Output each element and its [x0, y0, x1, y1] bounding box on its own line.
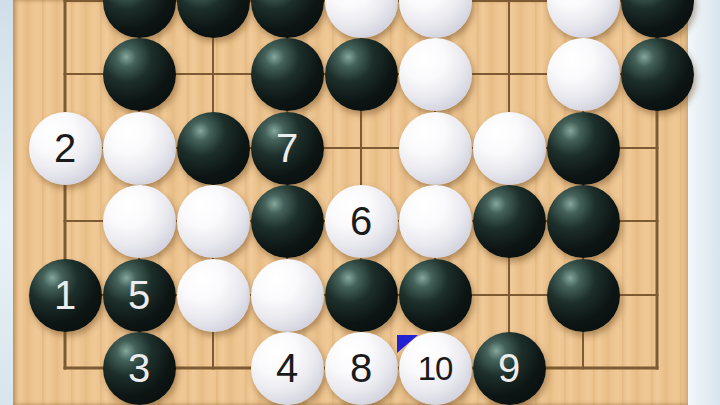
stone-white[interactable]	[399, 38, 472, 111]
stone-white[interactable]	[399, 112, 472, 185]
stone-black-1[interactable]: 1	[29, 259, 102, 332]
move-number-label: 8	[350, 348, 372, 388]
stone-white[interactable]	[399, 185, 472, 258]
move-number-label: 5	[128, 275, 150, 315]
stone-black[interactable]	[473, 185, 546, 258]
stone-black-9[interactable]: 9	[473, 332, 546, 405]
move-number-label: 9	[498, 348, 520, 388]
stone-black[interactable]	[251, 0, 324, 38]
stone-white[interactable]	[103, 112, 176, 185]
move-number-label: 6	[350, 201, 372, 241]
stone-black[interactable]	[251, 185, 324, 258]
stone-black[interactable]	[251, 38, 324, 111]
move-number-label: 1	[54, 275, 76, 315]
stone-white[interactable]	[473, 112, 546, 185]
stone-white[interactable]	[325, 0, 398, 38]
stone-black[interactable]	[325, 38, 398, 111]
stone-white[interactable]	[177, 259, 250, 332]
stones-layer: 27615348109	[0, 0, 720, 405]
stone-black[interactable]	[399, 259, 472, 332]
stone-black[interactable]	[177, 0, 250, 38]
move-number-label: 10	[418, 352, 453, 385]
stone-black[interactable]	[547, 259, 620, 332]
go-app-screen: 27615348109	[0, 0, 720, 405]
stone-black[interactable]	[325, 259, 398, 332]
stone-black[interactable]	[177, 112, 250, 185]
move-number-label: 4	[276, 348, 298, 388]
move-number-label: 7	[276, 128, 298, 168]
stone-white[interactable]	[399, 0, 472, 38]
stone-white-8[interactable]: 8	[325, 332, 398, 405]
stone-white[interactable]	[547, 38, 620, 111]
stone-black[interactable]	[621, 0, 694, 38]
move-number-label: 3	[128, 348, 150, 388]
stone-white-10[interactable]: 10	[399, 332, 472, 405]
stone-black[interactable]	[621, 38, 694, 111]
move-number-label: 2	[54, 128, 76, 168]
stone-black-3[interactable]: 3	[103, 332, 176, 405]
stone-black[interactable]	[547, 112, 620, 185]
stone-white-2[interactable]: 2	[29, 112, 102, 185]
stone-white[interactable]	[177, 185, 250, 258]
stone-black[interactable]	[547, 185, 620, 258]
stone-black-5[interactable]: 5	[103, 259, 176, 332]
stone-black-7[interactable]: 7	[251, 112, 324, 185]
stone-white-6[interactable]: 6	[325, 185, 398, 258]
stone-white-4[interactable]: 4	[251, 332, 324, 405]
stone-white[interactable]	[547, 0, 620, 38]
stone-white[interactable]	[103, 185, 176, 258]
stone-black[interactable]	[103, 0, 176, 38]
stone-white[interactable]	[251, 259, 324, 332]
stone-black[interactable]	[103, 38, 176, 111]
